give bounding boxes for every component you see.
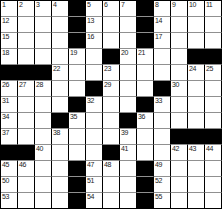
clue-number: 21 <box>138 49 145 57</box>
clue-number: 33 <box>155 97 162 105</box>
clue-number: 24 <box>189 65 196 73</box>
clue-number: 15 <box>2 33 9 41</box>
clue-number: 3 <box>36 1 39 9</box>
white-cell[interactable] <box>35 129 52 145</box>
clue-number: 51 <box>87 177 94 185</box>
black-cell <box>1 145 18 161</box>
white-cell[interactable]: 29 <box>103 81 120 97</box>
white-cell[interactable]: 44 <box>205 145 222 161</box>
white-cell[interactable] <box>120 81 137 97</box>
white-cell[interactable] <box>205 113 222 129</box>
black-cell <box>188 129 205 145</box>
clue-number: 4 <box>53 1 56 9</box>
white-cell[interactable]: 35 <box>69 113 86 129</box>
white-cell[interactable]: 36 <box>137 113 154 129</box>
white-cell[interactable]: 1 <box>1 1 18 17</box>
white-cell[interactable]: 40 <box>35 145 52 161</box>
black-cell <box>137 193 154 209</box>
white-cell[interactable] <box>35 177 52 193</box>
clue-number: 34 <box>2 113 9 121</box>
white-cell[interactable] <box>52 193 69 209</box>
white-cell[interactable]: 11 <box>205 1 222 17</box>
clue-number: 54 <box>87 193 94 201</box>
black-cell <box>137 1 154 17</box>
black-cell <box>35 65 52 81</box>
clue-number: 28 <box>36 81 43 89</box>
white-cell[interactable] <box>171 161 188 177</box>
white-cell[interactable] <box>18 193 35 209</box>
black-cell <box>137 161 154 177</box>
white-cell[interactable]: 32 <box>86 97 103 113</box>
white-cell[interactable] <box>18 97 35 113</box>
crossword-grid: 1234567891011121314151617181920212223242… <box>0 0 222 209</box>
white-cell[interactable]: 37 <box>1 129 18 145</box>
black-cell <box>137 17 154 33</box>
white-cell[interactable]: 8 <box>154 1 171 17</box>
white-cell[interactable]: 12 <box>1 17 18 33</box>
black-cell <box>18 65 35 81</box>
black-cell <box>52 113 69 129</box>
clue-number: 10 <box>189 1 196 9</box>
white-cell[interactable] <box>52 33 69 49</box>
white-cell[interactable]: 53 <box>1 193 18 209</box>
white-cell[interactable] <box>35 193 52 209</box>
white-cell[interactable] <box>205 17 222 33</box>
white-cell[interactable] <box>188 113 205 129</box>
black-cell <box>69 161 86 177</box>
white-cell[interactable]: 28 <box>35 81 52 97</box>
white-cell[interactable] <box>188 17 205 33</box>
white-cell[interactable] <box>103 17 120 33</box>
white-cell[interactable]: 5 <box>86 1 103 17</box>
clue-number: 19 <box>70 49 77 57</box>
white-cell[interactable]: 39 <box>120 129 137 145</box>
white-cell[interactable]: 46 <box>18 161 35 177</box>
white-cell[interactable] <box>18 49 35 65</box>
white-cell[interactable]: 3 <box>35 1 52 17</box>
white-cell[interactable] <box>120 161 137 177</box>
white-cell[interactable] <box>188 161 205 177</box>
clue-number: 35 <box>70 113 77 121</box>
white-cell[interactable] <box>103 33 120 49</box>
white-cell[interactable] <box>86 113 103 129</box>
clue-number: 27 <box>19 81 26 89</box>
white-cell[interactable]: 20 <box>120 49 137 65</box>
black-cell <box>154 81 171 97</box>
clue-number: 45 <box>2 161 9 169</box>
white-cell[interactable] <box>171 49 188 65</box>
black-cell <box>69 1 86 17</box>
clue-number: 25 <box>206 65 213 73</box>
white-cell[interactable]: 34 <box>1 113 18 129</box>
white-cell[interactable]: 21 <box>137 49 154 65</box>
white-cell[interactable] <box>171 177 188 193</box>
white-cell[interactable] <box>69 129 86 145</box>
clue-number: 22 <box>53 65 60 73</box>
white-cell[interactable]: 16 <box>86 33 103 49</box>
white-cell[interactable] <box>154 145 171 161</box>
clue-number: 20 <box>121 49 128 57</box>
black-cell <box>1 65 18 81</box>
white-cell[interactable]: 15 <box>1 33 18 49</box>
white-cell[interactable] <box>18 113 35 129</box>
white-cell[interactable] <box>154 65 171 81</box>
white-cell[interactable]: 48 <box>103 161 120 177</box>
clue-number: 6 <box>104 1 107 9</box>
clue-number: 23 <box>104 65 111 73</box>
white-cell[interactable] <box>86 49 103 65</box>
black-cell <box>120 113 137 129</box>
black-cell <box>188 49 205 65</box>
clue-number: 17 <box>155 33 162 41</box>
white-cell[interactable] <box>103 193 120 209</box>
white-cell[interactable] <box>120 65 137 81</box>
white-cell[interactable] <box>52 161 69 177</box>
clue-number: 55 <box>155 193 162 201</box>
white-cell[interactable]: 31 <box>1 97 18 113</box>
white-cell[interactable] <box>171 17 188 33</box>
clue-number: 49 <box>155 161 162 169</box>
black-cell <box>69 17 86 33</box>
white-cell[interactable] <box>69 145 86 161</box>
white-cell[interactable]: 51 <box>86 177 103 193</box>
white-cell[interactable] <box>137 145 154 161</box>
white-cell[interactable] <box>171 97 188 113</box>
white-cell[interactable]: 54 <box>86 193 103 209</box>
black-cell <box>137 177 154 193</box>
clue-number: 12 <box>2 17 9 25</box>
white-cell[interactable] <box>205 193 222 209</box>
white-cell[interactable] <box>137 65 154 81</box>
clue-number: 40 <box>36 145 43 153</box>
white-cell[interactable] <box>188 33 205 49</box>
black-cell <box>86 81 103 97</box>
black-cell <box>69 177 86 193</box>
white-cell[interactable] <box>69 65 86 81</box>
clue-number: 42 <box>172 145 179 153</box>
clue-number: 47 <box>87 161 94 169</box>
white-cell[interactable] <box>18 129 35 145</box>
clue-number: 52 <box>155 177 162 185</box>
white-cell[interactable] <box>103 129 120 145</box>
clue-number: 41 <box>121 145 128 153</box>
white-cell[interactable] <box>69 81 86 97</box>
white-cell[interactable] <box>205 161 222 177</box>
black-cell <box>137 97 154 113</box>
white-cell[interactable] <box>120 33 137 49</box>
black-cell <box>205 49 222 65</box>
white-cell[interactable]: 7 <box>120 1 137 17</box>
white-cell[interactable] <box>188 193 205 209</box>
white-cell[interactable] <box>86 65 103 81</box>
clue-number: 11 <box>206 1 212 9</box>
white-cell[interactable] <box>52 177 69 193</box>
white-cell[interactable] <box>154 129 171 145</box>
clue-number: 29 <box>104 81 111 89</box>
white-cell[interactable] <box>154 113 171 129</box>
clue-number: 48 <box>104 161 111 169</box>
white-cell[interactable]: 38 <box>52 129 69 145</box>
white-cell[interactable] <box>205 33 222 49</box>
white-cell[interactable]: 19 <box>69 49 86 65</box>
white-cell[interactable] <box>205 81 222 97</box>
white-cell[interactable] <box>120 177 137 193</box>
white-cell[interactable] <box>137 129 154 145</box>
white-cell[interactable] <box>205 177 222 193</box>
clue-number: 46 <box>19 161 26 169</box>
clue-number: 16 <box>87 33 94 41</box>
black-cell <box>205 129 222 145</box>
clue-number: 38 <box>53 129 60 137</box>
clue-number: 43 <box>189 145 196 153</box>
white-cell[interactable] <box>52 97 69 113</box>
white-cell[interactable] <box>35 161 52 177</box>
black-cell <box>69 97 86 113</box>
white-cell[interactable] <box>35 97 52 113</box>
white-cell[interactable] <box>35 49 52 65</box>
white-cell[interactable] <box>171 193 188 209</box>
white-cell[interactable]: 45 <box>1 161 18 177</box>
white-cell[interactable]: 17 <box>154 33 171 49</box>
white-cell[interactable]: 22 <box>52 65 69 81</box>
white-cell[interactable] <box>86 129 103 145</box>
white-cell[interactable] <box>52 17 69 33</box>
white-cell[interactable]: 9 <box>171 1 188 17</box>
white-cell[interactable]: 41 <box>120 145 137 161</box>
white-cell[interactable] <box>18 17 35 33</box>
white-cell[interactable] <box>188 177 205 193</box>
white-cell[interactable]: 55 <box>154 193 171 209</box>
white-cell[interactable] <box>188 97 205 113</box>
black-cell <box>103 145 120 161</box>
white-cell[interactable] <box>18 33 35 49</box>
clue-number: 30 <box>172 81 179 89</box>
white-cell[interactable] <box>120 193 137 209</box>
clue-number: 53 <box>2 193 9 201</box>
white-cell[interactable] <box>103 97 120 113</box>
white-cell[interactable] <box>171 113 188 129</box>
black-cell <box>171 129 188 145</box>
clue-number: 5 <box>87 1 90 9</box>
white-cell[interactable] <box>18 177 35 193</box>
white-cell[interactable]: 13 <box>86 17 103 33</box>
clue-number: 13 <box>87 17 94 25</box>
clue-number: 31 <box>2 97 9 105</box>
white-cell[interactable]: 49 <box>154 161 171 177</box>
white-cell[interactable]: 26 <box>1 81 18 97</box>
white-cell[interactable] <box>103 177 120 193</box>
clue-number: 36 <box>138 113 145 121</box>
white-cell[interactable]: 18 <box>1 49 18 65</box>
white-cell[interactable] <box>35 17 52 33</box>
clue-number: 2 <box>19 1 22 9</box>
white-cell[interactable]: 30 <box>171 81 188 97</box>
white-cell[interactable]: 24 <box>188 65 205 81</box>
white-cell[interactable] <box>52 81 69 97</box>
clue-number: 9 <box>172 1 175 9</box>
clue-number: 1 <box>2 1 5 9</box>
black-cell <box>69 193 86 209</box>
clue-number: 44 <box>206 145 213 153</box>
white-cell[interactable] <box>35 113 52 129</box>
clue-number: 18 <box>2 49 9 57</box>
clue-number: 8 <box>155 1 158 9</box>
black-cell <box>137 33 154 49</box>
white-cell[interactable] <box>188 81 205 97</box>
white-cell[interactable] <box>35 33 52 49</box>
black-cell <box>18 145 35 161</box>
white-cell[interactable]: 6 <box>103 1 120 17</box>
white-cell[interactable]: 23 <box>103 65 120 81</box>
white-cell[interactable]: 4 <box>52 1 69 17</box>
white-cell[interactable] <box>120 17 137 33</box>
white-cell[interactable] <box>103 113 120 129</box>
white-cell[interactable]: 43 <box>188 145 205 161</box>
white-cell[interactable] <box>154 49 171 65</box>
clue-number: 39 <box>121 129 128 137</box>
white-cell[interactable] <box>171 33 188 49</box>
white-cell[interactable]: 50 <box>1 177 18 193</box>
white-cell[interactable] <box>86 145 103 161</box>
clue-number: 26 <box>2 81 9 89</box>
white-cell[interactable]: 2 <box>18 1 35 17</box>
white-cell[interactable]: 52 <box>154 177 171 193</box>
clue-number: 7 <box>121 1 124 9</box>
white-cell[interactable] <box>52 49 69 65</box>
white-cell[interactable]: 14 <box>154 17 171 33</box>
white-cell[interactable] <box>52 145 69 161</box>
clue-number: 37 <box>2 129 9 137</box>
white-cell[interactable]: 27 <box>18 81 35 97</box>
white-cell[interactable]: 33 <box>154 97 171 113</box>
white-cell[interactable]: 47 <box>86 161 103 177</box>
white-cell[interactable] <box>171 65 188 81</box>
white-cell[interactable] <box>120 97 137 113</box>
white-cell[interactable] <box>137 81 154 97</box>
white-cell[interactable]: 10 <box>188 1 205 17</box>
black-cell <box>69 33 86 49</box>
clue-number: 32 <box>87 97 94 105</box>
black-cell <box>103 49 120 65</box>
clue-number: 50 <box>2 177 9 185</box>
white-cell[interactable]: 42 <box>171 145 188 161</box>
white-cell[interactable] <box>205 97 222 113</box>
clue-number: 14 <box>155 17 162 25</box>
white-cell[interactable]: 25 <box>205 65 222 81</box>
